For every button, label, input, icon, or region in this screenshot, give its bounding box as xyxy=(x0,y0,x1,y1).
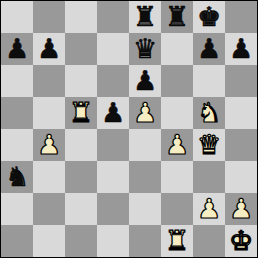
square-f3[interactable] xyxy=(161,161,193,193)
white-rook: ♜ xyxy=(165,225,189,257)
square-h7[interactable]: ♟ xyxy=(225,33,257,65)
square-g6[interactable] xyxy=(193,65,225,97)
square-e4[interactable] xyxy=(129,129,161,161)
square-c1[interactable] xyxy=(65,225,97,257)
square-f2[interactable] xyxy=(161,193,193,225)
square-f7[interactable] xyxy=(161,33,193,65)
white-pawn: ♟ xyxy=(229,193,253,225)
square-g2[interactable]: ♟ xyxy=(193,193,225,225)
square-d1[interactable] xyxy=(97,225,129,257)
white-knight: ♞ xyxy=(197,97,221,129)
square-c3[interactable] xyxy=(65,161,97,193)
square-h2[interactable]: ♟ xyxy=(225,193,257,225)
chess-board: ♜♜♚♟♟♛♟♟♟♜♟♟♞♟♟♛♞♟♟♜♚ xyxy=(1,1,257,257)
square-e8[interactable]: ♜ xyxy=(129,1,161,33)
black-king: ♚ xyxy=(197,1,221,33)
white-queen: ♛ xyxy=(197,129,221,161)
square-d6[interactable] xyxy=(97,65,129,97)
square-b2[interactable] xyxy=(33,193,65,225)
square-g8[interactable]: ♚ xyxy=(193,1,225,33)
square-b4[interactable]: ♟ xyxy=(33,129,65,161)
square-d7[interactable] xyxy=(97,33,129,65)
square-d5[interactable]: ♟ xyxy=(97,97,129,129)
square-f6[interactable] xyxy=(161,65,193,97)
white-pawn: ♟ xyxy=(133,97,157,129)
white-pawn: ♟ xyxy=(165,129,189,161)
square-e3[interactable] xyxy=(129,161,161,193)
square-e7[interactable]: ♛ xyxy=(129,33,161,65)
black-rook: ♜ xyxy=(165,1,189,33)
square-b7[interactable]: ♟ xyxy=(33,33,65,65)
square-e5[interactable]: ♟ xyxy=(129,97,161,129)
square-b5[interactable] xyxy=(33,97,65,129)
square-a6[interactable] xyxy=(1,65,33,97)
black-pawn: ♟ xyxy=(197,33,221,65)
square-d4[interactable] xyxy=(97,129,129,161)
square-h6[interactable] xyxy=(225,65,257,97)
white-pawn: ♟ xyxy=(37,129,61,161)
square-a2[interactable] xyxy=(1,193,33,225)
chess-board-frame: ♜♜♚♟♟♛♟♟♟♜♟♟♞♟♟♛♞♟♟♜♚ xyxy=(0,0,258,258)
square-g5[interactable]: ♞ xyxy=(193,97,225,129)
square-c4[interactable] xyxy=(65,129,97,161)
black-rook: ♜ xyxy=(133,1,157,33)
black-knight: ♞ xyxy=(5,161,29,193)
square-h8[interactable] xyxy=(225,1,257,33)
black-pawn: ♟ xyxy=(229,33,253,65)
white-king: ♚ xyxy=(229,225,253,257)
square-d2[interactable] xyxy=(97,193,129,225)
black-queen: ♛ xyxy=(133,33,157,65)
square-f5[interactable] xyxy=(161,97,193,129)
square-b6[interactable] xyxy=(33,65,65,97)
square-h4[interactable] xyxy=(225,129,257,161)
square-d3[interactable] xyxy=(97,161,129,193)
square-a7[interactable]: ♟ xyxy=(1,33,33,65)
square-a3[interactable]: ♞ xyxy=(1,161,33,193)
square-g4[interactable]: ♛ xyxy=(193,129,225,161)
square-e1[interactable] xyxy=(129,225,161,257)
black-pawn: ♟ xyxy=(5,33,29,65)
square-e6[interactable]: ♟ xyxy=(129,65,161,97)
square-h3[interactable] xyxy=(225,161,257,193)
square-e2[interactable] xyxy=(129,193,161,225)
square-c6[interactable] xyxy=(65,65,97,97)
square-b3[interactable] xyxy=(33,161,65,193)
square-b1[interactable] xyxy=(33,225,65,257)
square-g1[interactable] xyxy=(193,225,225,257)
square-f1[interactable]: ♜ xyxy=(161,225,193,257)
square-h1[interactable]: ♚ xyxy=(225,225,257,257)
black-pawn: ♟ xyxy=(133,65,157,97)
square-c5[interactable]: ♜ xyxy=(65,97,97,129)
square-a4[interactable] xyxy=(1,129,33,161)
black-pawn: ♟ xyxy=(101,97,125,129)
square-a5[interactable] xyxy=(1,97,33,129)
square-h5[interactable] xyxy=(225,97,257,129)
square-g3[interactable] xyxy=(193,161,225,193)
white-rook: ♜ xyxy=(69,97,93,129)
square-c8[interactable] xyxy=(65,1,97,33)
square-g7[interactable]: ♟ xyxy=(193,33,225,65)
square-f4[interactable]: ♟ xyxy=(161,129,193,161)
square-f8[interactable]: ♜ xyxy=(161,1,193,33)
square-b8[interactable] xyxy=(33,1,65,33)
square-a8[interactable] xyxy=(1,1,33,33)
square-a1[interactable] xyxy=(1,225,33,257)
square-c2[interactable] xyxy=(65,193,97,225)
white-pawn: ♟ xyxy=(197,193,221,225)
square-d8[interactable] xyxy=(97,1,129,33)
square-c7[interactable] xyxy=(65,33,97,65)
black-pawn: ♟ xyxy=(37,33,61,65)
